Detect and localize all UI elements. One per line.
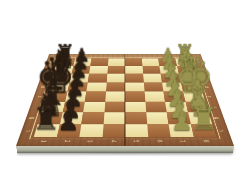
- board-side-edge: [16, 146, 234, 153]
- square-a3: [90, 58, 108, 65]
- piece-bP-h2: ♟: [57, 109, 79, 134]
- square-h5: [125, 124, 148, 137]
- piece-bR-h1: ♜: [32, 103, 60, 134]
- square-g4: [103, 112, 125, 124]
- square-h4: [102, 124, 125, 137]
- square-g6: [145, 112, 168, 124]
- piece-gR-h8: ♜: [190, 103, 218, 134]
- square-g5: [125, 112, 147, 124]
- product-photo: ♜♟♟♜♞♟♟♞♝♟♟♝♛♟♟♛♚♟♟♚♝♟♟♝♞♟♟♞♜♟♟♜ 1234567…: [0, 0, 249, 186]
- square-f4: [104, 102, 125, 113]
- square-c6: [142, 74, 161, 83]
- square-a5: [125, 58, 142, 65]
- square-e5: [125, 92, 145, 102]
- square-a6: [141, 58, 159, 65]
- square-g3: [81, 112, 104, 124]
- chess-board: ♜♟♟♜♞♟♟♞♝♟♟♝♛♟♟♛♚♟♟♚♝♟♟♝♞♟♟♞♜♟♟♜ 1234567…: [16, 54, 234, 146]
- square-b3: [89, 66, 108, 74]
- square-d3: [86, 82, 106, 91]
- square-e6: [144, 92, 165, 102]
- square-b5: [125, 66, 143, 74]
- square-h2: ♟: [56, 124, 81, 137]
- square-f5: [125, 102, 146, 113]
- square-c5: [125, 74, 144, 83]
- square-d5: [125, 82, 144, 91]
- square-a4: [107, 58, 124, 65]
- square-b4: [107, 66, 125, 74]
- square-e3: [84, 92, 105, 102]
- square-h8: ♜: [190, 124, 216, 137]
- square-b6: [142, 66, 161, 74]
- square-h6: [146, 124, 170, 137]
- square-d6: [143, 82, 163, 91]
- square-f3: [83, 102, 105, 113]
- board-grid: ♜♟♟♜♞♟♟♞♝♟♟♝♛♟♟♛♚♟♟♚♝♟♟♝♞♟♟♞♜♟♟♜: [33, 58, 216, 137]
- square-f6: [145, 102, 167, 113]
- square-d4: [105, 82, 124, 91]
- square-h1: ♜: [33, 124, 59, 137]
- piece-gP-h7: ♟: [170, 109, 192, 134]
- board-frame: ♜♟♟♜♞♟♟♞♝♟♟♝♛♟♟♛♚♟♟♚♝♟♟♝♞♟♟♞♜♟♟♜ 1234567…: [16, 54, 234, 146]
- square-e4: [104, 92, 124, 102]
- square-c4: [106, 74, 125, 83]
- square-h3: [79, 124, 103, 137]
- square-c3: [87, 74, 106, 83]
